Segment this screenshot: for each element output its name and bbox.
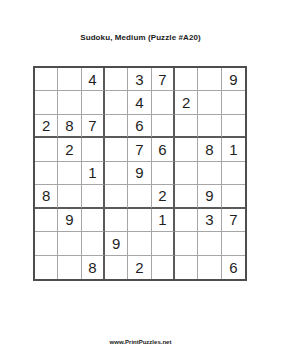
cell-r3c1: 2 [35, 115, 58, 138]
puzzle-page: Sudoku, Medium (Puzzle #A20) 43794228762… [0, 0, 281, 363]
cell-r5c2 [58, 162, 81, 185]
cell-r2c4 [105, 91, 128, 114]
cell-r2c2 [58, 91, 81, 114]
cell-r3c5: 6 [128, 115, 151, 138]
cell-r6c4 [105, 185, 128, 208]
cell-r4c2: 2 [58, 138, 81, 161]
cell-r4c6: 6 [152, 138, 175, 161]
cell-r6c9 [222, 185, 245, 208]
puzzle-title: Sudoku, Medium (Puzzle #A20) [0, 33, 281, 42]
cell-r7c2: 9 [58, 209, 81, 232]
cell-r2c6 [152, 91, 175, 114]
cell-r3c3: 7 [82, 115, 105, 138]
cell-r8c7 [175, 232, 198, 255]
cell-r7c5 [128, 209, 151, 232]
cell-r3c4 [105, 115, 128, 138]
cell-r5c5: 9 [128, 162, 151, 185]
cell-r7c6: 1 [152, 209, 175, 232]
cell-r9c5: 2 [128, 256, 151, 279]
cell-r6c5 [128, 185, 151, 208]
cell-r7c1 [35, 209, 58, 232]
cell-r2c8 [198, 91, 221, 114]
cell-r7c3 [82, 209, 105, 232]
cell-r8c5 [128, 232, 151, 255]
cell-r1c6: 7 [152, 68, 175, 91]
cell-r6c6: 2 [152, 185, 175, 208]
cell-r4c4 [105, 138, 128, 161]
cell-r8c4: 9 [105, 232, 128, 255]
cell-r9c1 [35, 256, 58, 279]
cell-r5c4 [105, 162, 128, 185]
cell-r1c8 [198, 68, 221, 91]
cell-r4c8: 8 [198, 138, 221, 161]
cell-r4c3 [82, 138, 105, 161]
cell-r1c1 [35, 68, 58, 91]
cell-r9c3: 8 [82, 256, 105, 279]
cell-r5c1 [35, 162, 58, 185]
cell-r1c4 [105, 68, 128, 91]
cell-r1c5: 3 [128, 68, 151, 91]
cell-r3c9 [222, 115, 245, 138]
cell-r7c8: 3 [198, 209, 221, 232]
site-credit: www.PrintPuzzles.net [0, 339, 281, 345]
cell-r3c2: 8 [58, 115, 81, 138]
cell-r9c2 [58, 256, 81, 279]
cell-r8c3 [82, 232, 105, 255]
cell-r3c6 [152, 115, 175, 138]
cell-r6c1: 8 [35, 185, 58, 208]
cell-r9c7 [175, 256, 198, 279]
cell-r2c7: 2 [175, 91, 198, 114]
cell-r6c7 [175, 185, 198, 208]
cell-r7c4 [105, 209, 128, 232]
cell-r9c9: 6 [222, 256, 245, 279]
sudoku-board: 4379422876276811982991379826 [33, 66, 247, 281]
cell-r1c2 [58, 68, 81, 91]
cell-r4c9: 1 [222, 138, 245, 161]
cell-r5c6 [152, 162, 175, 185]
cell-r5c7 [175, 162, 198, 185]
cell-r6c3 [82, 185, 105, 208]
cell-r5c8 [198, 162, 221, 185]
cell-r2c3 [82, 91, 105, 114]
cell-r4c7 [175, 138, 198, 161]
cell-r3c8 [198, 115, 221, 138]
cell-r3c7 [175, 115, 198, 138]
cell-r8c6 [152, 232, 175, 255]
cell-r9c4 [105, 256, 128, 279]
cell-r4c1 [35, 138, 58, 161]
cell-r8c2 [58, 232, 81, 255]
cell-r6c2 [58, 185, 81, 208]
cell-r9c8 [198, 256, 221, 279]
cell-r8c9 [222, 232, 245, 255]
cell-r7c7 [175, 209, 198, 232]
cell-r1c3: 4 [82, 68, 105, 91]
cell-r5c9 [222, 162, 245, 185]
cell-r5c3: 1 [82, 162, 105, 185]
cell-r7c9: 7 [222, 209, 245, 232]
cell-r8c1 [35, 232, 58, 255]
cell-r2c1 [35, 91, 58, 114]
cell-r2c9 [222, 91, 245, 114]
cell-r1c7 [175, 68, 198, 91]
cell-r2c5: 4 [128, 91, 151, 114]
cell-r8c8 [198, 232, 221, 255]
cell-r6c8: 9 [198, 185, 221, 208]
cell-r9c6 [152, 256, 175, 279]
cell-r1c9: 9 [222, 68, 245, 91]
cell-r4c5: 7 [128, 138, 151, 161]
